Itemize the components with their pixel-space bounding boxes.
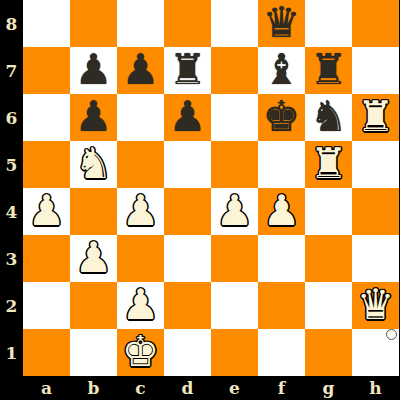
rank-label-6: 6 <box>0 94 23 141</box>
square-d5[interactable] <box>164 141 211 188</box>
square-h4[interactable] <box>352 188 399 235</box>
black-pawn[interactable]: ♟ <box>75 47 113 93</box>
square-h3[interactable] <box>352 235 399 282</box>
rank-label-2: 2 <box>0 282 23 329</box>
square-b8[interactable] <box>70 0 117 47</box>
black-bishop[interactable]: ♝ <box>263 47 301 93</box>
square-d4[interactable] <box>164 188 211 235</box>
square-g1[interactable] <box>305 329 352 376</box>
white-rook[interactable]: ♜ <box>357 94 395 140</box>
square-b1[interactable] <box>70 329 117 376</box>
square-f4[interactable]: ♟ <box>258 188 305 235</box>
square-f3[interactable] <box>258 235 305 282</box>
square-c4[interactable]: ♟ <box>117 188 164 235</box>
square-a5[interactable] <box>23 141 70 188</box>
file-label-c: c <box>117 376 164 400</box>
square-g7[interactable]: ♜ <box>305 47 352 94</box>
white-pawn[interactable]: ♟ <box>122 282 160 328</box>
rank-label-7: 7 <box>0 47 23 94</box>
square-a7[interactable] <box>23 47 70 94</box>
black-knight[interactable]: ♞ <box>310 94 348 140</box>
square-f5[interactable] <box>258 141 305 188</box>
rank-label-5: 5 <box>0 141 23 188</box>
square-a4[interactable]: ♟ <box>23 188 70 235</box>
square-h7[interactable] <box>352 47 399 94</box>
white-knight[interactable]: ♞ <box>75 141 113 187</box>
square-c5[interactable] <box>117 141 164 188</box>
square-b2[interactable] <box>70 282 117 329</box>
square-f7[interactable]: ♝ <box>258 47 305 94</box>
white-pawn[interactable]: ♟ <box>75 235 113 281</box>
square-g4[interactable] <box>305 188 352 235</box>
square-d3[interactable] <box>164 235 211 282</box>
black-pawn[interactable]: ♟ <box>75 94 113 140</box>
square-e6[interactable] <box>211 94 258 141</box>
square-a8[interactable] <box>23 0 70 47</box>
white-queen[interactable]: ♛ <box>357 282 395 328</box>
black-king[interactable]: ♚ <box>263 94 301 140</box>
white-king[interactable]: ♚ <box>122 329 160 375</box>
square-b5[interactable]: ♞ <box>70 141 117 188</box>
square-c1[interactable]: ♚ <box>117 329 164 376</box>
black-pawn[interactable]: ♟ <box>169 94 207 140</box>
square-f8[interactable]: ♛ <box>258 0 305 47</box>
rank-label-4: 4 <box>0 188 23 235</box>
square-f2[interactable] <box>258 282 305 329</box>
square-b3[interactable]: ♟ <box>70 235 117 282</box>
square-e4[interactable]: ♟ <box>211 188 258 235</box>
square-h8[interactable] <box>352 0 399 47</box>
black-rook[interactable]: ♜ <box>310 47 348 93</box>
square-b7[interactable]: ♟ <box>70 47 117 94</box>
file-label-g: g <box>305 376 352 400</box>
square-e1[interactable] <box>211 329 258 376</box>
black-rook[interactable]: ♜ <box>169 47 207 93</box>
square-c7[interactable]: ♟ <box>117 47 164 94</box>
rank-label-3: 3 <box>0 235 23 282</box>
black-pawn[interactable]: ♟ <box>122 47 160 93</box>
file-label-a: a <box>23 376 70 400</box>
square-e3[interactable] <box>211 235 258 282</box>
square-f6[interactable]: ♚ <box>258 94 305 141</box>
square-d6[interactable]: ♟ <box>164 94 211 141</box>
file-label-d: d <box>164 376 211 400</box>
file-labels: abcdefgh <box>23 376 399 400</box>
rank-labels: 87654321 <box>0 0 23 376</box>
square-c3[interactable] <box>117 235 164 282</box>
file-label-b: b <box>70 376 117 400</box>
file-label-h: h <box>352 376 399 400</box>
square-e8[interactable] <box>211 0 258 47</box>
square-a3[interactable] <box>23 235 70 282</box>
rank-label-1: 1 <box>0 329 23 376</box>
square-g3[interactable] <box>305 235 352 282</box>
black-queen[interactable]: ♛ <box>263 0 301 46</box>
square-c2[interactable]: ♟ <box>117 282 164 329</box>
white-to-move-indicator <box>386 329 397 340</box>
square-g5[interactable]: ♜ <box>305 141 352 188</box>
white-pawn[interactable]: ♟ <box>28 188 66 234</box>
white-pawn[interactable]: ♟ <box>216 188 254 234</box>
square-h2[interactable]: ♛ <box>352 282 399 329</box>
white-pawn[interactable]: ♟ <box>122 188 160 234</box>
square-d8[interactable] <box>164 0 211 47</box>
square-e2[interactable] <box>211 282 258 329</box>
square-f1[interactable] <box>258 329 305 376</box>
square-d1[interactable] <box>164 329 211 376</box>
square-e5[interactable] <box>211 141 258 188</box>
square-a6[interactable] <box>23 94 70 141</box>
square-c8[interactable] <box>117 0 164 47</box>
square-d2[interactable] <box>164 282 211 329</box>
square-a1[interactable] <box>23 329 70 376</box>
square-g2[interactable] <box>305 282 352 329</box>
square-h6[interactable]: ♜ <box>352 94 399 141</box>
square-d7[interactable]: ♜ <box>164 47 211 94</box>
file-label-f: f <box>258 376 305 400</box>
square-g6[interactable]: ♞ <box>305 94 352 141</box>
chess-board[interactable]: ♛♟♟♜♝♜♟♟♚♞♜♞♜♟♟♟♟♟♟♛♚ <box>23 0 399 376</box>
square-e7[interactable] <box>211 47 258 94</box>
square-c6[interactable] <box>117 94 164 141</box>
rank-label-8: 8 <box>0 0 23 47</box>
square-g8[interactable] <box>305 0 352 47</box>
square-b4[interactable] <box>70 188 117 235</box>
square-h5[interactable] <box>352 141 399 188</box>
white-rook[interactable]: ♜ <box>310 141 348 187</box>
chess-board-frame: 87654321 ♛♟♟♜♝♜♟♟♚♞♜♞♜♟♟♟♟♟♟♛♚ abcdefgh <box>0 0 400 400</box>
square-b6[interactable]: ♟ <box>70 94 117 141</box>
file-label-e: e <box>211 376 258 400</box>
square-a2[interactable] <box>23 282 70 329</box>
white-pawn[interactable]: ♟ <box>263 188 301 234</box>
